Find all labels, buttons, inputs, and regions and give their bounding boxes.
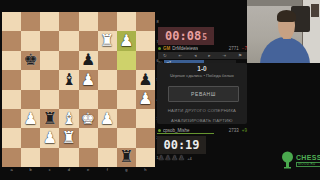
- square-g6[interactable]: [117, 51, 136, 70]
- chesswood-logo: CHESS WOOD.RU: [281, 151, 320, 169]
- white-pawn: ♟: [43, 130, 57, 146]
- square-b8[interactable]: [21, 12, 40, 31]
- square-a8[interactable]: [2, 12, 21, 31]
- square-d3[interactable]: ♝: [59, 109, 78, 128]
- white-clock-time: 00:19: [163, 138, 199, 152]
- captured-pieces: ♟♟♟♟: [158, 155, 185, 162]
- white-player-rating: 2733: [229, 128, 239, 133]
- white-pawn: ♟: [138, 91, 152, 107]
- square-g2[interactable]: [117, 128, 136, 147]
- replay-menu-icon[interactable]: ↻: [163, 53, 167, 58]
- black-player-row[interactable]: GM DrMdeleiews 2771 −7: [158, 44, 247, 52]
- captured-black-pawn: ♟: [158, 155, 164, 162]
- file-label-a: a: [2, 167, 21, 173]
- square-e4[interactable]: [79, 90, 98, 109]
- replay-controls[interactable]: ↻⇤◂▸⇥⚑: [158, 52, 247, 59]
- white-rook: ♜: [100, 33, 114, 49]
- white-clock: 00:19: [157, 136, 206, 154]
- square-g7[interactable]: ♟: [117, 31, 136, 50]
- white-rook: ♜: [62, 130, 76, 146]
- square-e2[interactable]: [79, 128, 98, 147]
- step-back-icon[interactable]: ◂: [194, 53, 196, 58]
- white-pawn: ♟: [100, 111, 114, 127]
- square-b7[interactable]: [21, 31, 40, 50]
- square-f1[interactable]: [98, 148, 117, 167]
- square-a5[interactable]: [2, 70, 21, 89]
- square-d7[interactable]: [59, 31, 78, 50]
- square-b3[interactable]: ♟: [21, 109, 40, 128]
- square-e7[interactable]: [79, 31, 98, 50]
- black-clock-time: 00:08: [165, 29, 201, 43]
- black-king: ♚: [24, 52, 38, 68]
- square-a3[interactable]: [2, 109, 21, 128]
- square-e3[interactable]: ♚: [79, 109, 98, 128]
- black-pawn: ♟: [81, 52, 95, 68]
- white-rating-diff: +9: [242, 128, 247, 133]
- player-title: GM: [163, 46, 170, 51]
- analyze-game-button[interactable]: АНАЛИЗИРОВАТЬ ПАРТИЮ: [157, 118, 247, 123]
- square-a1[interactable]: [2, 148, 21, 167]
- square-h3[interactable]: [136, 109, 155, 128]
- square-b5[interactable]: [21, 70, 40, 89]
- result-score: 1-0: [157, 65, 247, 72]
- square-b4[interactable]: [21, 90, 40, 109]
- streamer-hair: [277, 10, 296, 22]
- square-d4[interactable]: [59, 90, 78, 109]
- square-e5[interactable]: ♟: [79, 70, 98, 89]
- white-king: ♚: [81, 111, 95, 127]
- file-coordinates: abcdefgh: [2, 167, 155, 173]
- square-g5[interactable]: [117, 70, 136, 89]
- square-c1[interactable]: [40, 148, 59, 167]
- white-pawn: ♟: [81, 72, 95, 88]
- file-label-g: g: [117, 167, 136, 173]
- square-h8[interactable]: [136, 12, 155, 31]
- material-advantage: +4: [187, 156, 192, 161]
- captured-pieces-row: ♟♟♟♟ +4: [158, 155, 192, 162]
- flag-icon[interactable]: ⚑: [238, 53, 242, 58]
- square-a6[interactable]: [2, 51, 21, 70]
- skip-to-end-icon[interactable]: ⇥: [222, 53, 226, 58]
- square-g3[interactable]: [117, 109, 136, 128]
- square-h7[interactable]: [136, 31, 155, 50]
- skip-to-start-icon[interactable]: ⇤: [179, 53, 183, 58]
- black-bishop: ♝: [62, 72, 76, 88]
- logo-text-wood: WOOD.RU: [296, 162, 320, 167]
- square-c5[interactable]: [40, 70, 59, 89]
- black-clock-tenths: 5: [202, 33, 207, 42]
- square-c7[interactable]: [40, 31, 59, 50]
- square-g8[interactable]: [117, 12, 136, 31]
- rematch-button[interactable]: РЕВАНШ: [168, 86, 239, 102]
- square-g1[interactable]: ♜: [117, 148, 136, 167]
- square-f5[interactable]: [98, 70, 117, 89]
- square-c6[interactable]: [40, 51, 59, 70]
- square-h6[interactable]: [136, 51, 155, 70]
- square-d5[interactable]: ♝: [59, 70, 78, 89]
- black-rook: ♜: [43, 111, 57, 127]
- file-label-c: c: [40, 167, 59, 173]
- winner-underline: [157, 133, 214, 135]
- square-g4[interactable]: [117, 90, 136, 109]
- file-label-d: d: [59, 167, 78, 173]
- square-e8[interactable]: [79, 12, 98, 31]
- square-a2[interactable]: [2, 128, 21, 147]
- square-f2[interactable]: [98, 128, 117, 147]
- square-c2[interactable]: ♟: [40, 128, 59, 147]
- white-pawn: ♟: [24, 111, 38, 127]
- chess-board[interactable]: ♜♟♚♟♝♟♟♟♟♜♝♚♟♟♜♜: [2, 12, 155, 167]
- captured-black-pawn: ♟: [165, 155, 171, 162]
- square-f4[interactable]: [98, 90, 117, 109]
- step-forward-icon[interactable]: ▸: [208, 53, 210, 58]
- webcam-shelf-object: [311, 4, 319, 17]
- square-h2[interactable]: [136, 128, 155, 147]
- new-opponent-button[interactable]: НАЙТИ ДРУГОГО СОПЕРНИКА: [157, 108, 247, 113]
- square-c4[interactable]: [40, 90, 59, 109]
- square-d6[interactable]: [59, 51, 78, 70]
- white-pawn: ♟: [119, 33, 133, 49]
- black-clock: 00:085: [158, 27, 214, 45]
- file-label-h: h: [136, 167, 155, 173]
- file-label-b: b: [21, 167, 40, 173]
- square-b2[interactable]: [21, 128, 40, 147]
- black-pawn: ♟: [138, 72, 152, 88]
- square-f8[interactable]: [98, 12, 117, 31]
- square-h1[interactable]: [136, 148, 155, 167]
- square-f3[interactable]: ♟: [98, 109, 117, 128]
- square-c8[interactable]: [40, 12, 59, 31]
- tree-icon: [281, 151, 294, 169]
- black-rook: ♜: [119, 149, 133, 165]
- square-b1[interactable]: [21, 148, 40, 167]
- webcam-video: [247, 0, 320, 63]
- black-player-name[interactable]: DrMdeleiews: [172, 46, 198, 51]
- square-a7[interactable]: [2, 31, 21, 50]
- captured-black-pawn: ♟: [178, 155, 184, 162]
- online-dot: [158, 129, 161, 132]
- square-c3[interactable]: ♜: [40, 109, 59, 128]
- logo-text-chess: CHESS: [296, 154, 320, 161]
- square-f6[interactable]: [98, 51, 117, 70]
- square-d8[interactable]: [59, 12, 78, 31]
- square-h4[interactable]: ♟: [136, 90, 155, 109]
- black-player-rating: 2771: [229, 46, 239, 51]
- square-e1[interactable]: [79, 148, 98, 167]
- square-d1[interactable]: [59, 148, 78, 167]
- white-bishop: ♝: [62, 111, 76, 127]
- square-d2[interactable]: ♜: [59, 128, 78, 147]
- square-b6[interactable]: ♚: [21, 51, 40, 70]
- file-label-f: f: [98, 167, 117, 173]
- captured-black-pawn: ♟: [172, 155, 178, 162]
- square-e6[interactable]: ♟: [79, 51, 98, 70]
- square-h5[interactable]: ♟: [136, 70, 155, 89]
- square-a4[interactable]: [2, 90, 21, 109]
- file-label-e: e: [79, 167, 98, 173]
- online-dot: [158, 47, 161, 50]
- square-f7[interactable]: ♜: [98, 31, 117, 50]
- result-status: Чёрные сдались • Победа белых: [157, 73, 247, 78]
